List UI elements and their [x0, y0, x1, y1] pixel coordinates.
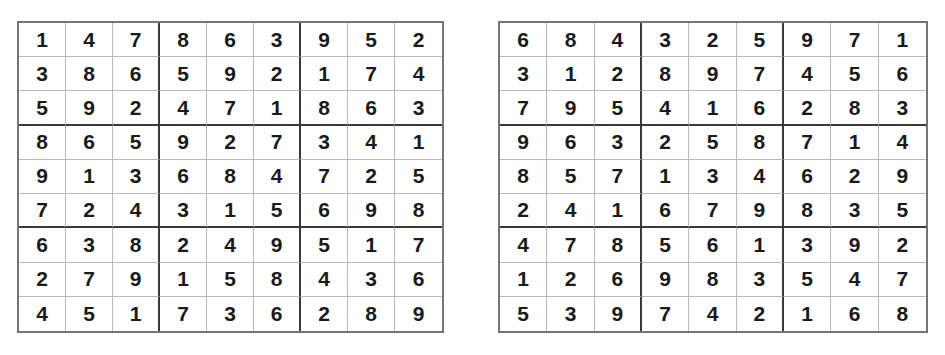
cell-r2c1: 3 — [19, 57, 66, 91]
cell-r7c9: 2 — [879, 228, 926, 262]
cell-r5c9: 5 — [395, 160, 442, 194]
cell-r6c2: 2 — [66, 194, 113, 228]
cell-r3c3: 2 — [113, 91, 160, 125]
cell-r4c7: 3 — [301, 126, 348, 160]
cell-r1c9: 1 — [879, 23, 926, 57]
cell-r4c4: 9 — [160, 126, 207, 160]
cell-r5c7: 6 — [784, 160, 831, 194]
cell-r1c3: 4 — [595, 23, 642, 57]
cell-r7c7: 3 — [784, 228, 831, 262]
cell-r1c8: 7 — [831, 23, 878, 57]
cell-r1c6: 3 — [254, 23, 301, 57]
cell-r6c4: 6 — [642, 194, 689, 228]
cell-r1c7: 9 — [301, 23, 348, 57]
cell-r4c7: 7 — [784, 126, 831, 160]
cell-r1c8: 5 — [348, 23, 395, 57]
cell-r3c6: 1 — [254, 91, 301, 125]
cell-r9c9: 9 — [395, 297, 442, 331]
cell-r8c1: 1 — [500, 263, 547, 297]
cell-r1c1: 6 — [500, 23, 547, 57]
cell-r5c4: 1 — [642, 160, 689, 194]
cell-r6c9: 8 — [395, 194, 442, 228]
cell-r2c7: 1 — [301, 57, 348, 91]
cell-r5c9: 9 — [879, 160, 926, 194]
cell-r1c3: 7 — [113, 23, 160, 57]
cell-r2c5: 9 — [689, 57, 736, 91]
cell-r4c6: 8 — [737, 126, 784, 160]
cell-r9c1: 4 — [19, 297, 66, 331]
cell-r8c9: 7 — [879, 263, 926, 297]
cell-r4c9: 1 — [395, 126, 442, 160]
cell-r1c5: 2 — [689, 23, 736, 57]
cell-r1c6: 5 — [737, 23, 784, 57]
cell-r5c1: 8 — [500, 160, 547, 194]
cell-r6c8: 3 — [831, 194, 878, 228]
cell-r2c6: 2 — [254, 57, 301, 91]
cell-r8c6: 8 — [254, 263, 301, 297]
cell-r2c4: 5 — [160, 57, 207, 91]
cell-r6c7: 6 — [301, 194, 348, 228]
cell-r7c5: 4 — [207, 228, 254, 262]
cell-r9c4: 7 — [642, 297, 689, 331]
cell-r5c5: 3 — [689, 160, 736, 194]
cell-r7c2: 7 — [547, 228, 594, 262]
cell-r7c8: 9 — [831, 228, 878, 262]
cell-r5c3: 3 — [113, 160, 160, 194]
cell-r9c7: 2 — [301, 297, 348, 331]
cell-r4c9: 4 — [879, 126, 926, 160]
cell-r4c4: 2 — [642, 126, 689, 160]
cell-r7c1: 4 — [500, 228, 547, 262]
cell-r3c4: 4 — [160, 91, 207, 125]
cell-r7c5: 6 — [689, 228, 736, 262]
cell-r2c3: 2 — [595, 57, 642, 91]
cell-r4c3: 5 — [113, 126, 160, 160]
cell-r3c5: 1 — [689, 91, 736, 125]
cell-r3c8: 6 — [348, 91, 395, 125]
cell-r8c8: 3 — [348, 263, 395, 297]
cell-r9c5: 3 — [207, 297, 254, 331]
cell-r7c3: 8 — [113, 228, 160, 262]
cell-r3c9: 3 — [879, 91, 926, 125]
cell-r8c2: 2 — [547, 263, 594, 297]
cell-r5c6: 4 — [737, 160, 784, 194]
cell-r4c6: 7 — [254, 126, 301, 160]
cell-r7c3: 8 — [595, 228, 642, 262]
cell-r2c8: 7 — [348, 57, 395, 91]
cell-r2c2: 1 — [547, 57, 594, 91]
cell-r2c4: 8 — [642, 57, 689, 91]
cell-r3c7: 2 — [784, 91, 831, 125]
cell-r1c4: 8 — [160, 23, 207, 57]
cell-r4c8: 1 — [831, 126, 878, 160]
cell-r8c3: 6 — [595, 263, 642, 297]
cell-r3c1: 5 — [19, 91, 66, 125]
cell-r1c4: 3 — [642, 23, 689, 57]
sudoku-page: 1478639523865921745924718638659273419136… — [0, 0, 945, 355]
cell-r8c5: 8 — [689, 263, 736, 297]
cell-r8c3: 9 — [113, 263, 160, 297]
cell-r9c9: 8 — [879, 297, 926, 331]
cell-r7c4: 5 — [642, 228, 689, 262]
cell-r3c4: 4 — [642, 91, 689, 125]
cell-r5c1: 9 — [19, 160, 66, 194]
cell-r1c2: 8 — [547, 23, 594, 57]
cell-r6c3: 1 — [595, 194, 642, 228]
cell-r2c1: 3 — [500, 57, 547, 91]
cell-r8c5: 5 — [207, 263, 254, 297]
cell-r7c9: 7 — [395, 228, 442, 262]
cell-r9c6: 2 — [737, 297, 784, 331]
cell-r4c2: 6 — [547, 126, 594, 160]
cell-r9c2: 5 — [66, 297, 113, 331]
cell-r7c7: 5 — [301, 228, 348, 262]
cell-r7c6: 9 — [254, 228, 301, 262]
cell-r1c7: 9 — [784, 23, 831, 57]
left-sudoku-grid: 1478639523865921745924718638659273419136… — [17, 21, 444, 333]
cell-r9c3: 1 — [113, 297, 160, 331]
cell-r6c6: 9 — [737, 194, 784, 228]
cell-r1c9: 2 — [395, 23, 442, 57]
cell-r6c2: 4 — [547, 194, 594, 228]
cell-r7c6: 1 — [737, 228, 784, 262]
cell-r1c2: 4 — [66, 23, 113, 57]
cell-r9c5: 4 — [689, 297, 736, 331]
cell-r9c7: 1 — [784, 297, 831, 331]
cell-r9c2: 3 — [547, 297, 594, 331]
cell-r4c2: 6 — [66, 126, 113, 160]
cell-r2c6: 7 — [737, 57, 784, 91]
cell-r1c5: 6 — [207, 23, 254, 57]
cell-r7c1: 6 — [19, 228, 66, 262]
cell-r6c4: 3 — [160, 194, 207, 228]
cell-r6c3: 4 — [113, 194, 160, 228]
cell-r1c1: 1 — [19, 23, 66, 57]
cell-r4c1: 8 — [19, 126, 66, 160]
cell-r9c4: 7 — [160, 297, 207, 331]
cell-r7c4: 2 — [160, 228, 207, 262]
cell-r5c2: 1 — [66, 160, 113, 194]
cell-r5c8: 2 — [831, 160, 878, 194]
cell-r3c2: 9 — [66, 91, 113, 125]
cell-r9c1: 5 — [500, 297, 547, 331]
cell-r5c5: 8 — [207, 160, 254, 194]
right-sudoku-grid: 6843259713128974567954162839632587148571… — [498, 21, 928, 333]
cell-r8c4: 9 — [642, 263, 689, 297]
cell-r4c5: 2 — [207, 126, 254, 160]
cell-r5c6: 4 — [254, 160, 301, 194]
cell-r5c2: 5 — [547, 160, 594, 194]
cell-r5c4: 6 — [160, 160, 207, 194]
cell-r6c1: 7 — [19, 194, 66, 228]
cell-r4c5: 5 — [689, 126, 736, 160]
cell-r9c3: 9 — [595, 297, 642, 331]
cell-r6c8: 9 — [348, 194, 395, 228]
cell-r8c7: 5 — [784, 263, 831, 297]
cell-r6c1: 2 — [500, 194, 547, 228]
cell-r5c8: 2 — [348, 160, 395, 194]
cell-r2c3: 6 — [113, 57, 160, 91]
cell-r3c5: 7 — [207, 91, 254, 125]
cell-r8c1: 2 — [19, 263, 66, 297]
cell-r6c7: 8 — [784, 194, 831, 228]
cell-r2c2: 8 — [66, 57, 113, 91]
cell-r5c3: 7 — [595, 160, 642, 194]
cell-r8c9: 6 — [395, 263, 442, 297]
cell-r2c8: 5 — [831, 57, 878, 91]
cell-r4c1: 9 — [500, 126, 547, 160]
cell-r3c9: 3 — [395, 91, 442, 125]
cell-r3c2: 9 — [547, 91, 594, 125]
cell-r2c5: 9 — [207, 57, 254, 91]
cell-r4c8: 4 — [348, 126, 395, 160]
cell-r3c7: 8 — [301, 91, 348, 125]
cell-r9c8: 6 — [831, 297, 878, 331]
cell-r8c2: 7 — [66, 263, 113, 297]
cell-r9c6: 6 — [254, 297, 301, 331]
cell-r4c3: 3 — [595, 126, 642, 160]
cell-r6c5: 7 — [689, 194, 736, 228]
cell-r6c9: 5 — [879, 194, 926, 228]
cell-r8c4: 1 — [160, 263, 207, 297]
cell-r8c7: 4 — [301, 263, 348, 297]
cell-r8c8: 4 — [831, 263, 878, 297]
cell-r7c8: 1 — [348, 228, 395, 262]
cell-r3c8: 8 — [831, 91, 878, 125]
cell-r2c7: 4 — [784, 57, 831, 91]
cell-r3c1: 7 — [500, 91, 547, 125]
cell-r2c9: 4 — [395, 57, 442, 91]
cell-r3c6: 6 — [737, 91, 784, 125]
cell-r8c6: 3 — [737, 263, 784, 297]
cell-r3c3: 5 — [595, 91, 642, 125]
cell-r9c8: 8 — [348, 297, 395, 331]
cell-r2c9: 6 — [879, 57, 926, 91]
cell-r7c2: 3 — [66, 228, 113, 262]
cell-r6c5: 1 — [207, 194, 254, 228]
cell-r5c7: 7 — [301, 160, 348, 194]
cell-r6c6: 5 — [254, 194, 301, 228]
